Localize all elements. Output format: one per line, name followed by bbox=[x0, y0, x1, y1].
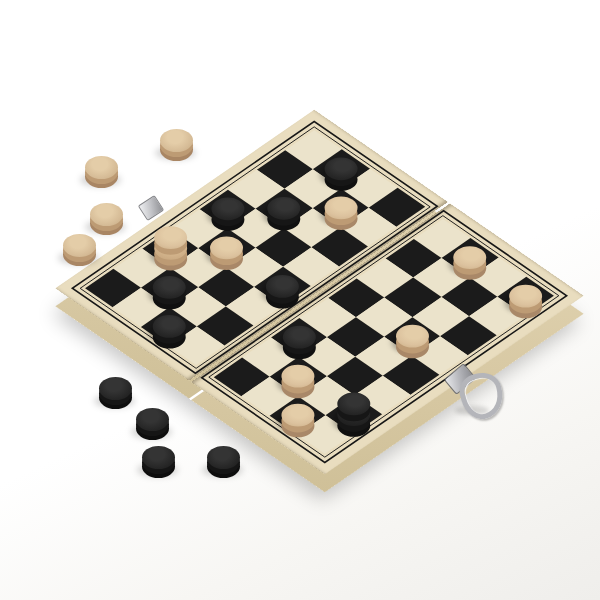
piece-disc bbox=[160, 129, 193, 152]
piece-disc bbox=[85, 156, 118, 179]
piece-disc bbox=[142, 446, 175, 469]
piece-disc bbox=[99, 377, 132, 400]
off-board-black-piece[interactable] bbox=[142, 446, 175, 479]
black-king-piece[interactable] bbox=[331, 398, 378, 430]
off-board-black-piece[interactable] bbox=[99, 377, 132, 410]
off-board-tan-piece[interactable] bbox=[63, 234, 96, 267]
tan-king-piece[interactable] bbox=[147, 232, 194, 264]
piece-disc bbox=[90, 203, 123, 226]
off-board-black-piece[interactable] bbox=[136, 408, 169, 441]
product-photo-scene bbox=[0, 0, 600, 600]
piece-disc bbox=[136, 408, 169, 431]
off-board-tan-piece[interactable] bbox=[160, 129, 193, 162]
off-board-black-piece[interactable] bbox=[207, 446, 240, 479]
off-board-tan-piece[interactable] bbox=[85, 156, 118, 189]
piece-disc bbox=[207, 446, 240, 469]
off-board-tan-piece[interactable] bbox=[90, 203, 123, 236]
piece-disc bbox=[63, 234, 96, 257]
